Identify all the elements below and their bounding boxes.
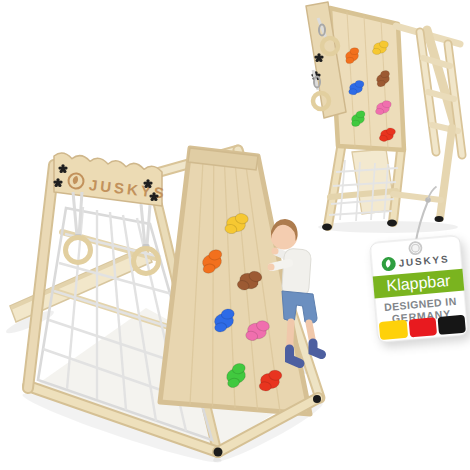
tag-flag-red xyxy=(409,317,437,337)
top-beam: JUSKYS xyxy=(53,153,167,206)
tag-hole xyxy=(411,244,419,252)
tag-flag-black xyxy=(438,315,466,335)
product-image: JUSKYS xyxy=(0,0,470,470)
toddler-rear-sock xyxy=(313,343,322,355)
toddler-shirt xyxy=(281,248,311,297)
tag-flag-gold xyxy=(379,320,408,340)
product-illustration: JUSKYS xyxy=(0,0,470,470)
toddler-front-arm xyxy=(272,263,289,267)
toddler-shorts xyxy=(282,291,317,323)
folded-frame xyxy=(306,2,462,233)
